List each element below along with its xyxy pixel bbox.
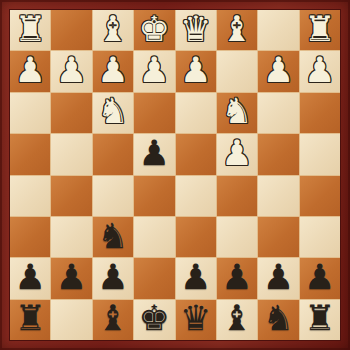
square-g4[interactable] <box>51 134 91 174</box>
piece-bB: ♝ <box>97 301 128 336</box>
piece-bP: ♟ <box>97 260 128 295</box>
square-b4[interactable] <box>258 134 298 174</box>
piece-wK: ♚ <box>139 12 170 47</box>
piece-bR: ♜ <box>14 301 45 336</box>
square-a7[interactable]: ♟ <box>300 258 340 298</box>
piece-wN: ♞ <box>221 94 252 129</box>
square-h7[interactable]: ♟ <box>10 258 50 298</box>
square-b3[interactable] <box>258 93 298 133</box>
piece-bP: ♟ <box>56 260 87 295</box>
piece-bP: ♟ <box>139 136 170 171</box>
square-b6[interactable] <box>258 217 298 257</box>
square-c3[interactable]: ♞ <box>217 93 257 133</box>
square-a3[interactable] <box>300 93 340 133</box>
piece-bR: ♜ <box>304 301 335 336</box>
square-f4[interactable] <box>93 134 133 174</box>
square-a1[interactable]: ♜ <box>300 10 340 50</box>
square-c7[interactable]: ♟ <box>217 258 257 298</box>
piece-wB: ♝ <box>97 12 128 47</box>
square-e8[interactable]: ♚ <box>134 300 174 340</box>
square-d3[interactable] <box>176 93 216 133</box>
square-h4[interactable] <box>10 134 50 174</box>
square-d5[interactable] <box>176 176 216 216</box>
piece-wR: ♜ <box>304 12 335 47</box>
square-g8[interactable] <box>51 300 91 340</box>
piece-bK: ♚ <box>139 301 170 336</box>
square-h3[interactable] <box>10 93 50 133</box>
square-g1[interactable] <box>51 10 91 50</box>
square-c6[interactable] <box>217 217 257 257</box>
piece-bQ: ♛ <box>180 301 211 336</box>
square-f3[interactable]: ♞ <box>93 93 133 133</box>
square-d2[interactable]: ♟ <box>176 51 216 91</box>
square-f7[interactable]: ♟ <box>93 258 133 298</box>
square-d4[interactable] <box>176 134 216 174</box>
square-c5[interactable] <box>217 176 257 216</box>
square-b8[interactable]: ♞ <box>258 300 298 340</box>
square-h8[interactable]: ♜ <box>10 300 50 340</box>
piece-wN: ♞ <box>97 94 128 129</box>
square-h2[interactable]: ♟ <box>10 51 50 91</box>
square-e3[interactable] <box>134 93 174 133</box>
square-b5[interactable] <box>258 176 298 216</box>
square-e5[interactable] <box>134 176 174 216</box>
piece-wP: ♟ <box>180 53 211 88</box>
square-g2[interactable]: ♟ <box>51 51 91 91</box>
square-b1[interactable] <box>258 10 298 50</box>
square-d7[interactable]: ♟ <box>176 258 216 298</box>
piece-wP: ♟ <box>56 53 87 88</box>
square-a4[interactable] <box>300 134 340 174</box>
square-f5[interactable] <box>93 176 133 216</box>
piece-wP: ♟ <box>221 136 252 171</box>
piece-bP: ♟ <box>221 260 252 295</box>
piece-bP: ♟ <box>14 260 45 295</box>
square-g7[interactable]: ♟ <box>51 258 91 298</box>
square-h1[interactable]: ♜ <box>10 10 50 50</box>
square-d8[interactable]: ♛ <box>176 300 216 340</box>
square-e1[interactable]: ♚ <box>134 10 174 50</box>
square-a2[interactable]: ♟ <box>300 51 340 91</box>
square-e2[interactable]: ♟ <box>134 51 174 91</box>
square-f2[interactable]: ♟ <box>93 51 133 91</box>
square-f1[interactable]: ♝ <box>93 10 133 50</box>
square-g5[interactable] <box>51 176 91 216</box>
square-c8[interactable]: ♝ <box>217 300 257 340</box>
square-e4[interactable]: ♟ <box>134 134 174 174</box>
square-c1[interactable]: ♝ <box>217 10 257 50</box>
piece-wP: ♟ <box>97 53 128 88</box>
square-b2[interactable]: ♟ <box>258 51 298 91</box>
piece-bN: ♞ <box>263 301 294 336</box>
square-b7[interactable]: ♟ <box>258 258 298 298</box>
piece-wP: ♟ <box>304 53 335 88</box>
piece-wR: ♜ <box>14 12 45 47</box>
piece-wP: ♟ <box>139 53 170 88</box>
square-c2[interactable] <box>217 51 257 91</box>
square-f6[interactable]: ♞ <box>93 217 133 257</box>
square-e6[interactable] <box>134 217 174 257</box>
piece-wP: ♟ <box>14 53 45 88</box>
piece-wQ: ♛ <box>180 12 211 47</box>
square-a8[interactable]: ♜ <box>300 300 340 340</box>
piece-bP: ♟ <box>180 260 211 295</box>
piece-wB: ♝ <box>221 12 252 47</box>
square-h6[interactable] <box>10 217 50 257</box>
square-g3[interactable] <box>51 93 91 133</box>
chess-board: ♜♝♚♛♝♜♟♟♟♟♟♟♟♞♞♟♟♞♟♟♟♟♟♟♟♜♝♚♛♝♞♜ <box>10 10 340 340</box>
piece-wP: ♟ <box>263 53 294 88</box>
square-g6[interactable] <box>51 217 91 257</box>
square-d6[interactable] <box>176 217 216 257</box>
piece-bN: ♞ <box>97 219 128 254</box>
square-f8[interactable]: ♝ <box>93 300 133 340</box>
board-frame: ♜♝♚♛♝♜♟♟♟♟♟♟♟♞♞♟♟♞♟♟♟♟♟♟♟♜♝♚♛♝♞♜ <box>0 0 350 350</box>
square-a5[interactable] <box>300 176 340 216</box>
square-d1[interactable]: ♛ <box>176 10 216 50</box>
piece-bB: ♝ <box>221 301 252 336</box>
square-e7[interactable] <box>134 258 174 298</box>
square-c4[interactable]: ♟ <box>217 134 257 174</box>
square-a6[interactable] <box>300 217 340 257</box>
square-h5[interactable] <box>10 176 50 216</box>
piece-bP: ♟ <box>263 260 294 295</box>
piece-bP: ♟ <box>304 260 335 295</box>
